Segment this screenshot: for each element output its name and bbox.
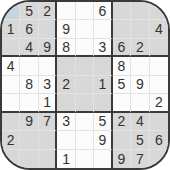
cell-r1c7[interactable] [113,2,131,20]
cell-r5c5[interactable] [76,76,94,94]
cell-r2c8[interactable] [131,20,149,38]
cell-r6c3[interactable]: 1 [39,94,57,112]
cell-r3c5[interactable] [76,39,94,57]
cell-r4c9[interactable] [150,57,168,75]
cell-r2c5[interactable] [76,20,94,38]
cell-r6c8[interactable] [131,94,149,112]
cell-r2c2[interactable]: 6 [20,20,38,38]
cell-r8c4[interactable] [57,131,75,149]
cell-r1c5[interactable] [76,2,94,20]
cell-r9c9[interactable] [150,150,168,168]
cell-r4c5[interactable] [76,57,94,75]
cell-r7c9[interactable] [150,113,168,131]
cell-r3c9[interactable] [150,39,168,57]
cell-r4c6[interactable] [94,57,112,75]
cell-r6c9[interactable]: 2 [150,94,168,112]
cell-r1c8[interactable] [131,2,149,20]
cell-r8c2[interactable] [20,131,38,149]
cell-r9c7[interactable]: 9 [113,150,131,168]
cell-r1c4[interactable] [57,2,75,20]
cell-r6c1[interactable] [2,94,20,112]
cell-r3c7[interactable]: 6 [113,39,131,57]
cell-r8c1[interactable]: 2 [2,131,20,149]
cell-r5c2[interactable]: 8 [20,76,38,94]
cell-r3c4[interactable]: 8 [57,39,75,57]
cell-r7c7[interactable]: 2 [113,113,131,131]
cell-r8c3[interactable] [39,131,57,149]
cell-r1c9[interactable] [150,2,168,20]
cell-r4c4[interactable] [57,57,75,75]
cell-r2c7[interactable] [113,20,131,38]
cell-r5c6[interactable]: 1 [94,76,112,94]
cell-r5c7[interactable]: 5 [113,76,131,94]
cell-r5c4[interactable]: 2 [57,76,75,94]
cell-r9c1[interactable] [2,150,20,168]
cell-r4c7[interactable]: 8 [113,57,131,75]
cell-r9c8[interactable]: 7 [131,150,149,168]
cell-r9c5[interactable] [76,150,94,168]
cell-r3c2[interactable]: 4 [20,39,38,57]
cell-r4c3[interactable] [39,57,57,75]
cell-r8c8[interactable]: 5 [131,131,149,149]
cell-r4c8[interactable] [131,57,149,75]
cell-r1c2[interactable]: 5 [20,2,38,20]
cell-r9c4[interactable]: 1 [57,150,75,168]
cell-r3c8[interactable]: 2 [131,39,149,57]
cell-r2c1[interactable]: 1 [2,20,20,38]
cell-r5c9[interactable] [150,76,168,94]
cell-r2c9[interactable]: 4 [150,20,168,38]
cell-r5c8[interactable]: 9 [131,76,149,94]
cell-r8c7[interactable] [113,131,131,149]
cell-r3c1[interactable] [2,39,20,57]
cell-r2c4[interactable]: 9 [57,20,75,38]
cell-r2c6[interactable] [94,20,112,38]
sudoku-board: 526169449836248832159129735242956197 [0,0,170,170]
cell-r6c4[interactable] [57,94,75,112]
cell-r8c9[interactable]: 6 [150,131,168,149]
cell-r5c3[interactable]: 3 [39,76,57,94]
cell-r7c4[interactable]: 3 [57,113,75,131]
cell-r4c2[interactable] [20,57,38,75]
cell-r6c6[interactable] [94,94,112,112]
cell-r4c1[interactable]: 4 [2,57,20,75]
cell-r1c1[interactable] [2,2,20,20]
cell-r7c6[interactable]: 5 [94,113,112,131]
cell-r7c5[interactable] [76,113,94,131]
cell-r9c2[interactable] [20,150,38,168]
cell-r1c6[interactable]: 6 [94,2,112,20]
cell-r6c2[interactable] [20,94,38,112]
cell-r7c2[interactable]: 9 [20,113,38,131]
cell-r9c3[interactable] [39,150,57,168]
cell-r3c6[interactable]: 3 [94,39,112,57]
cell-r3c3[interactable]: 9 [39,39,57,57]
cell-r7c8[interactable]: 4 [131,113,149,131]
cell-r6c7[interactable] [113,94,131,112]
cell-r2c3[interactable] [39,20,57,38]
cell-r8c5[interactable] [76,131,94,149]
cell-r9c6[interactable] [94,150,112,168]
cell-r8c6[interactable]: 9 [94,131,112,149]
cell-r6c5[interactable] [76,94,94,112]
sudoku-app-icon: 526169449836248832159129735242956197 [0,0,170,170]
cell-r7c3[interactable]: 7 [39,113,57,131]
cell-r1c3[interactable]: 2 [39,2,57,20]
cell-r5c1[interactable] [2,76,20,94]
cell-r7c1[interactable] [2,113,20,131]
